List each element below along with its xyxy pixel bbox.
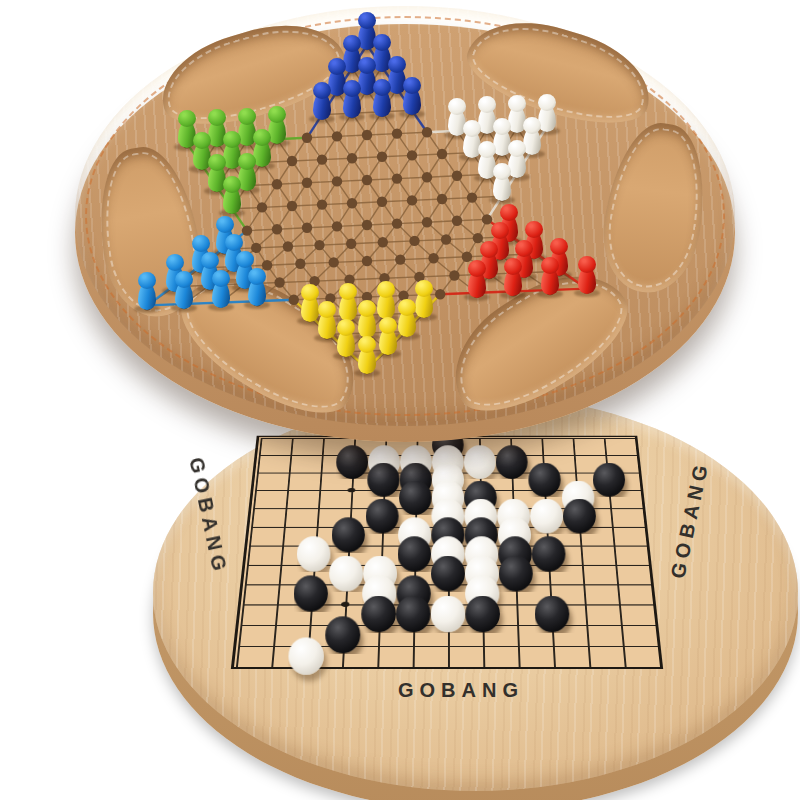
peg-head [523, 117, 541, 134]
peg-head [398, 299, 416, 316]
blue-peg[interactable] [371, 79, 393, 117]
red-peg[interactable] [576, 256, 598, 294]
cyan-peg[interactable] [173, 271, 195, 309]
peg-head [463, 120, 481, 137]
green-peg[interactable] [221, 176, 243, 214]
red-peg[interactable] [502, 258, 524, 296]
white-stone[interactable] [530, 499, 563, 534]
cyan-peg[interactable] [246, 268, 268, 306]
peg-head [358, 336, 376, 353]
black-stone[interactable] [366, 499, 399, 534]
yellow-peg[interactable] [356, 336, 378, 374]
peg-head [238, 108, 256, 125]
black-stone[interactable] [499, 556, 533, 592]
peg-head [480, 241, 498, 258]
peg-head [208, 154, 226, 171]
peg-head [225, 234, 243, 251]
black-stone[interactable] [399, 481, 432, 515]
peg-head [500, 204, 518, 221]
cyan-peg[interactable] [210, 270, 232, 308]
peg-head [379, 317, 397, 334]
peg-head [538, 94, 556, 111]
product-photo-2in1-game-set: { "game": { "set_title": "2-in-1 Wooden … [0, 0, 800, 800]
yellow-peg[interactable] [335, 319, 357, 357]
peg-head [337, 319, 355, 336]
peg-head [358, 12, 376, 29]
black-stone[interactable] [332, 517, 365, 552]
peg-head [301, 284, 319, 301]
white-stone[interactable] [329, 556, 363, 592]
blue-peg[interactable] [401, 77, 423, 115]
peg-head [212, 270, 230, 287]
peg-head [248, 268, 266, 285]
peg-head [236, 251, 254, 268]
peg-head [525, 221, 543, 238]
peg-head [358, 57, 376, 74]
go-star-point [341, 602, 350, 607]
blue-peg[interactable] [311, 82, 333, 120]
yellow-peg[interactable] [375, 281, 397, 319]
peg-head [578, 256, 596, 273]
peg-head [550, 238, 568, 255]
black-stone[interactable] [294, 575, 328, 611]
chinese-checkers-board [0, 0, 800, 470]
black-stone[interactable] [532, 536, 566, 571]
peg-head [175, 271, 193, 288]
black-stone[interactable] [465, 596, 500, 633]
peg-head [313, 82, 331, 99]
peg-head [373, 34, 391, 51]
white-stone[interactable] [297, 536, 331, 571]
red-peg[interactable] [466, 260, 488, 298]
peg-head [508, 140, 526, 157]
peg-head [358, 300, 376, 317]
yellow-peg[interactable] [377, 317, 399, 355]
peg-head [415, 280, 433, 297]
cyan-peg[interactable] [136, 272, 158, 310]
yellow-peg[interactable] [396, 299, 418, 337]
peg-head [504, 258, 522, 275]
yellow-peg[interactable] [356, 300, 378, 338]
peg-head [448, 98, 466, 115]
black-stone[interactable] [431, 556, 465, 592]
peg-head [138, 272, 156, 289]
black-stone[interactable] [398, 536, 432, 571]
black-stone[interactable] [396, 596, 431, 633]
peg-head [208, 109, 226, 126]
gobang-grid[interactable] [231, 436, 663, 669]
peg-head [508, 95, 526, 112]
peg-head [339, 283, 357, 300]
black-stone[interactable] [563, 499, 596, 534]
blue-peg[interactable] [341, 80, 363, 118]
go-star-point [347, 488, 355, 492]
black-stone[interactable] [325, 616, 360, 653]
black-stone[interactable] [535, 596, 570, 633]
peg-head [515, 240, 533, 257]
peg-head [541, 257, 559, 274]
red-peg[interactable] [539, 257, 561, 295]
black-stone[interactable] [361, 596, 396, 633]
peg-head [468, 260, 486, 277]
peg-head [201, 252, 219, 269]
gobang-label-bottom: GOBANG [398, 679, 524, 702]
peg-head [388, 56, 406, 73]
white-peg[interactable] [491, 163, 513, 201]
peg-head [223, 131, 241, 148]
peg-head [223, 176, 241, 193]
white-stone[interactable] [431, 596, 466, 633]
peg-head [166, 254, 184, 271]
peg-head [238, 153, 256, 170]
white-stone[interactable] [288, 637, 323, 674]
peg-head [192, 235, 210, 252]
peg-head [216, 216, 234, 233]
peg-head [373, 79, 391, 96]
